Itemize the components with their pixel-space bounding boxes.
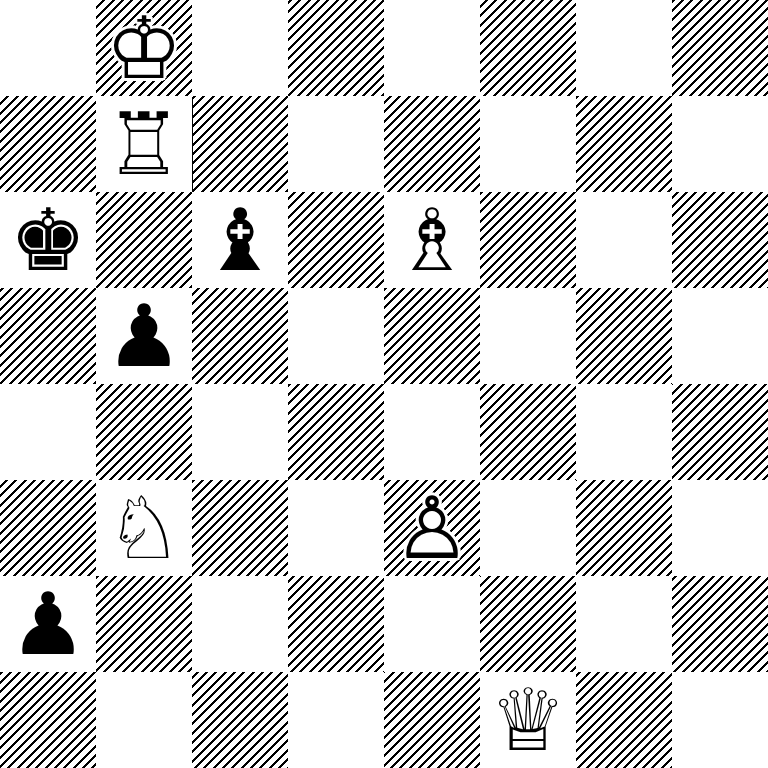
square-b1[interactable] xyxy=(96,672,192,768)
piece-black-pawn: ♟ xyxy=(0,576,96,672)
white-queen-glyph: ♕ xyxy=(480,672,576,768)
square-h3[interactable] xyxy=(672,480,768,576)
square-g5[interactable] xyxy=(576,288,672,384)
chess-board: ♚♔♜♖♚♝♝♗♟♞♘♟♙♟♛♕ xyxy=(0,0,768,768)
square-c5[interactable] xyxy=(192,288,288,384)
white-king-glyph: ♔ xyxy=(96,0,192,96)
piece-white-queen: ♛♕ xyxy=(480,672,576,768)
piece-black-king: ♚ xyxy=(0,192,96,288)
square-c6[interactable]: ♝ xyxy=(192,192,288,288)
square-c4[interactable] xyxy=(192,384,288,480)
square-b2[interactable] xyxy=(96,576,192,672)
square-h1[interactable] xyxy=(672,672,768,768)
square-b4[interactable] xyxy=(96,384,192,480)
square-g3[interactable] xyxy=(576,480,672,576)
square-b8[interactable]: ♚♔ xyxy=(96,0,192,96)
square-b3[interactable]: ♞♘ xyxy=(96,480,192,576)
square-e5[interactable] xyxy=(384,288,480,384)
square-f2[interactable] xyxy=(480,576,576,672)
square-f5[interactable] xyxy=(480,288,576,384)
white-bishop-glyph: ♗ xyxy=(384,192,480,288)
square-e1[interactable] xyxy=(384,672,480,768)
black-bishop-glyph: ♝ xyxy=(192,192,288,288)
piece-black-pawn: ♟ xyxy=(96,288,192,384)
square-a1[interactable] xyxy=(0,672,96,768)
square-a6[interactable]: ♚ xyxy=(0,192,96,288)
square-f4[interactable] xyxy=(480,384,576,480)
piece-white-king: ♚♔ xyxy=(96,0,192,96)
square-e8[interactable] xyxy=(384,0,480,96)
square-d6[interactable] xyxy=(288,192,384,288)
square-c3[interactable] xyxy=(192,480,288,576)
square-d4[interactable] xyxy=(288,384,384,480)
square-g6[interactable] xyxy=(576,192,672,288)
square-d1[interactable] xyxy=(288,672,384,768)
white-knight-glyph: ♘ xyxy=(96,480,192,576)
square-a7[interactable] xyxy=(0,96,96,192)
square-g4[interactable] xyxy=(576,384,672,480)
square-h8[interactable] xyxy=(672,0,768,96)
square-f6[interactable] xyxy=(480,192,576,288)
square-d5[interactable] xyxy=(288,288,384,384)
square-b7[interactable]: ♜♖ xyxy=(96,96,192,192)
square-e4[interactable] xyxy=(384,384,480,480)
square-h6[interactable] xyxy=(672,192,768,288)
square-d7[interactable] xyxy=(288,96,384,192)
piece-white-bishop: ♝♗ xyxy=(384,192,480,288)
square-e3[interactable]: ♟♙ xyxy=(384,480,480,576)
square-c7[interactable] xyxy=(192,96,288,192)
square-c1[interactable] xyxy=(192,672,288,768)
square-c8[interactable] xyxy=(192,0,288,96)
piece-white-rook: ♜♖ xyxy=(96,96,192,192)
square-a5[interactable] xyxy=(0,288,96,384)
square-a4[interactable] xyxy=(0,384,96,480)
square-a3[interactable] xyxy=(0,480,96,576)
square-f8[interactable] xyxy=(480,0,576,96)
square-f3[interactable] xyxy=(480,480,576,576)
square-c2[interactable] xyxy=(192,576,288,672)
piece-white-pawn: ♟♙ xyxy=(384,480,480,576)
black-king-glyph: ♚ xyxy=(0,192,96,288)
square-f7[interactable] xyxy=(480,96,576,192)
square-b5[interactable]: ♟ xyxy=(96,288,192,384)
square-e6[interactable]: ♝♗ xyxy=(384,192,480,288)
square-g2[interactable] xyxy=(576,576,672,672)
square-d3[interactable] xyxy=(288,480,384,576)
square-e2[interactable] xyxy=(384,576,480,672)
square-g7[interactable] xyxy=(576,96,672,192)
piece-black-bishop: ♝ xyxy=(192,192,288,288)
square-h4[interactable] xyxy=(672,384,768,480)
square-d2[interactable] xyxy=(288,576,384,672)
square-a8[interactable] xyxy=(0,0,96,96)
piece-white-knight: ♞♘ xyxy=(96,480,192,576)
square-h2[interactable] xyxy=(672,576,768,672)
square-a2[interactable]: ♟ xyxy=(0,576,96,672)
square-h7[interactable] xyxy=(672,96,768,192)
square-h5[interactable] xyxy=(672,288,768,384)
black-pawn-glyph: ♟ xyxy=(0,576,96,672)
square-b6[interactable] xyxy=(96,192,192,288)
square-g8[interactable] xyxy=(576,0,672,96)
square-g1[interactable] xyxy=(576,672,672,768)
square-e7[interactable] xyxy=(384,96,480,192)
square-d8[interactable] xyxy=(288,0,384,96)
white-rook-glyph: ♖ xyxy=(96,96,192,192)
black-pawn-glyph: ♟ xyxy=(96,288,192,384)
white-pawn-glyph: ♙ xyxy=(384,480,480,576)
square-f1[interactable]: ♛♕ xyxy=(480,672,576,768)
